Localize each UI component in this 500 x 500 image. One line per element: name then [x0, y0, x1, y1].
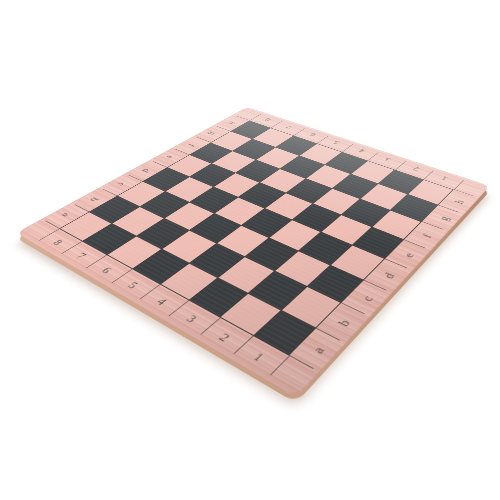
rank-label-far-4: 4: [356, 148, 366, 154]
rank-label-near-3: 3: [184, 313, 200, 325]
margin-grid-line: [102, 189, 117, 196]
margin-grid-line: [316, 328, 340, 341]
margin-grid-line: [152, 161, 166, 167]
margin-grid-line: [249, 114, 261, 121]
margin-grid-line: [341, 303, 365, 315]
chessboard: 8877665544332211aabbccddeeffgghh: [16, 107, 490, 398]
rank-label-near-8: 8: [50, 238, 65, 247]
margin-grid-line: [293, 128, 305, 135]
file-label-near-c: c: [359, 293, 375, 302]
rank-label-near-2: 2: [216, 331, 232, 344]
file-label-far-h: h: [226, 121, 237, 125]
file-label-far-g: g: [207, 131, 218, 136]
margin-grid-line: [197, 137, 211, 142]
margin-grid-line: [454, 189, 474, 196]
file-label-far-f: f: [187, 143, 197, 147]
file-label-near-g: g: [436, 214, 450, 221]
margin-grid-line: [175, 149, 189, 155]
file-label-near-h: h: [452, 198, 466, 205]
rank-label-far-2: 2: [410, 166, 420, 172]
rank-label-far-6: 6: [307, 132, 317, 137]
rank-label-far-3: 3: [383, 157, 393, 163]
product-photo-stage: 8877665544332211aabbccddeeffgghh: [0, 0, 500, 500]
file-label-near-f: f: [420, 232, 434, 239]
margin-grid-line: [423, 170, 433, 179]
file-label-far-b: b: [88, 196, 100, 202]
margin-grid-line: [217, 126, 231, 131]
file-label-near-d: d: [381, 271, 397, 280]
margin-grid-line: [112, 269, 133, 283]
margin-grid-line: [200, 317, 221, 334]
margin-grid-line: [74, 204, 89, 212]
margin-grid-line: [453, 180, 463, 190]
margin-grid-line: [128, 175, 143, 182]
board-face: 8877665544332211aabbccddeeffgghh: [16, 107, 490, 398]
rank-label-near-5: 5: [125, 280, 141, 290]
margin-grid-line: [45, 221, 60, 229]
margin-grid-line: [233, 336, 253, 354]
margin-grid-line: [317, 136, 329, 144]
file-label-far-e: e: [164, 155, 175, 160]
file-label-near-b: b: [335, 317, 352, 328]
margin-grid-line: [422, 221, 443, 229]
margin-grid-line: [342, 144, 353, 152]
margin-grid-line: [395, 161, 406, 170]
rank-label-near-6: 6: [99, 265, 115, 275]
margin-grid-line: [38, 229, 59, 241]
file-label-near-e: e: [401, 251, 416, 259]
file-label-far-c: c: [115, 182, 127, 188]
file-label-near-a: a: [309, 344, 326, 355]
rank-label-far-7: 7: [284, 125, 294, 130]
margin-grid-line: [288, 355, 313, 369]
rank-label-near-7: 7: [74, 251, 89, 260]
margin-grid-line: [438, 205, 459, 213]
margin-grid-line: [269, 355, 289, 375]
margin-grid-line: [61, 241, 82, 254]
margin-grid-line: [139, 284, 160, 299]
rank-label-far-8: 8: [262, 118, 272, 123]
margin-grid-line: [86, 255, 107, 268]
rank-label-near-1: 1: [251, 350, 268, 364]
rank-label-far-5: 5: [331, 140, 341, 145]
rank-label-far-1: 1: [439, 175, 449, 182]
margin-grid-line: [271, 121, 283, 128]
margin-grid-line: [236, 116, 250, 121]
margin-grid-line: [168, 300, 189, 316]
margin-grid-line: [385, 259, 408, 269]
rank-label-near-4: 4: [154, 296, 170, 307]
margin-grid-line: [404, 239, 426, 248]
margin-grid-line: [368, 152, 379, 160]
margin-grid-line: [364, 280, 387, 291]
file-label-far-a: a: [59, 212, 71, 219]
board-grid: [59, 120, 454, 355]
file-label-far-d: d: [140, 168, 152, 174]
